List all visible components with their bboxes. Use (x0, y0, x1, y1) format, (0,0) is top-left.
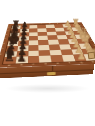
product-photo-page: { "game": "chess", "position": { "fen": … (0, 0, 95, 126)
square (38, 36, 48, 41)
file-label: b (20, 24, 28, 25)
ground-shadow (5, 84, 90, 93)
chess-set-photo[interactable]: ♜♟♟♜♞♟♟♞♝♟♟♝♛♟♟♛♚♟♟♚♝♟♟♝♞♟♟♞♜♟♟♜ aabbccd… (2, 14, 93, 110)
square (27, 56, 39, 63)
hinge-icon (47, 71, 56, 74)
file-label: c (29, 24, 37, 25)
file-label: a (12, 24, 20, 25)
rank-label: 5 (84, 36, 94, 38)
square (28, 36, 38, 41)
board-squares-grid: ♜♟♟♜♞♟♟♞♝♟♟♝♛♟♟♛♚♟♟♚♝♟♟♝♞♟♟♞♜♟♟♜ (3, 24, 95, 64)
rank-label: 6 (1, 34, 11, 36)
file-label: f (53, 23, 61, 24)
file-label: e (45, 23, 53, 24)
square: ♟ (18, 36, 28, 41)
square (39, 56, 51, 63)
rank-label: 7 (2, 30, 11, 31)
rank-label: 8 (78, 25, 87, 26)
file-label: h (69, 22, 77, 23)
file-label: g (61, 23, 69, 24)
square: ♜ (3, 57, 16, 64)
rank-label: 8 (3, 27, 12, 28)
rank-label: 7 (80, 28, 89, 29)
board-3d-tilt: ♜♟♟♜♞♟♟♞♝♟♟♝♛♟♟♛♚♟♟♚♝♟♟♝♞♟♟♞♜♟♟♜ aabbccd… (0, 22, 95, 68)
file-label: d (37, 23, 45, 24)
square (61, 55, 74, 62)
board-front-wall (0, 63, 95, 78)
square: ♟ (16, 51, 28, 57)
square (50, 55, 63, 62)
square (47, 35, 57, 40)
square: ♟ (15, 57, 27, 64)
rank-label: 6 (82, 32, 92, 33)
chess-board: ♜♟♟♜♞♟♟♞♝♟♟♝♛♟♟♛♚♟♟♚♝♟♟♝♞♟♟♞♜♟♟♜ aabbccd… (0, 22, 95, 68)
clasp-icon (88, 52, 95, 60)
